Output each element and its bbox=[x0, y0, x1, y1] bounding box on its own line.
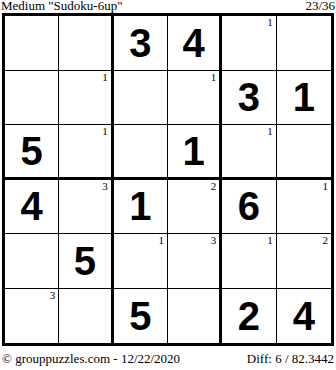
sudoku-board: 34111315111431261513123524 bbox=[2, 13, 334, 346]
cell-r3c4[interactable]: 1 bbox=[168, 125, 222, 180]
cell-r5c3[interactable]: 1 bbox=[114, 234, 168, 289]
cell-r1c3[interactable]: 3 bbox=[114, 16, 168, 71]
pencil-mark: 3 bbox=[102, 180, 108, 193]
cell-r1c6[interactable] bbox=[277, 16, 331, 71]
header: Medium "Sudoku-6up" 23/36 bbox=[1, 0, 335, 12]
cell-r4c3[interactable]: 1 bbox=[114, 180, 168, 235]
cell-r2c6[interactable]: 1 bbox=[277, 71, 331, 126]
cell-value: 5 bbox=[74, 241, 96, 281]
cell-r1c5[interactable]: 1 bbox=[222, 16, 276, 71]
pencil-mark: 2 bbox=[211, 180, 217, 193]
cell-r2c3[interactable] bbox=[114, 71, 168, 126]
cell-value: 1 bbox=[293, 77, 315, 117]
cell-r4c2[interactable]: 3 bbox=[59, 180, 113, 235]
cell-r5c1[interactable] bbox=[5, 234, 59, 289]
cell-r6c3[interactable]: 5 bbox=[114, 289, 168, 344]
cell-r3c3[interactable] bbox=[114, 125, 168, 180]
cell-r3c2[interactable]: 1 bbox=[59, 125, 113, 180]
pencil-mark: 1 bbox=[267, 16, 273, 29]
cell-r2c5[interactable]: 3 bbox=[222, 71, 276, 126]
cell-value: 1 bbox=[129, 186, 151, 226]
page: Medium "Sudoku-6up" 23/36 34111315111431… bbox=[0, 0, 336, 370]
cell-r6c6[interactable]: 4 bbox=[277, 289, 331, 344]
cell-value: 3 bbox=[238, 77, 260, 117]
cell-r3c6[interactable] bbox=[277, 125, 331, 180]
cell-r2c1[interactable] bbox=[5, 71, 59, 126]
cell-r6c5[interactable]: 2 bbox=[222, 289, 276, 344]
cell-r6c1[interactable]: 3 bbox=[5, 289, 59, 344]
cell-value: 6 bbox=[238, 186, 260, 226]
cell-r5c5[interactable]: 1 bbox=[222, 234, 276, 289]
cell-value: 5 bbox=[21, 131, 43, 171]
pencil-mark: 1 bbox=[267, 125, 273, 138]
cell-r1c4[interactable]: 4 bbox=[168, 16, 222, 71]
cell-r4c4[interactable]: 2 bbox=[168, 180, 222, 235]
cell-r3c1[interactable]: 5 bbox=[5, 125, 59, 180]
pencil-mark: 1 bbox=[322, 180, 328, 193]
cell-r4c6[interactable]: 1 bbox=[277, 180, 331, 235]
pencil-mark: 1 bbox=[102, 125, 108, 138]
puzzle-title: Medium "Sudoku-6up" bbox=[1, 0, 122, 12]
cell-r5c4[interactable]: 3 bbox=[168, 234, 222, 289]
cell-value: 5 bbox=[129, 296, 151, 336]
pencil-mark: 3 bbox=[211, 234, 217, 247]
cell-r6c4[interactable] bbox=[168, 289, 222, 344]
cell-value: 4 bbox=[293, 296, 315, 336]
cells-remaining-counter: 23/36 bbox=[305, 0, 335, 12]
copyright-text: © grouppuzzles.com - 12/22/2020 bbox=[2, 351, 180, 366]
pencil-mark: 2 bbox=[322, 234, 328, 247]
pencil-mark: 1 bbox=[211, 71, 217, 84]
cell-value: 3 bbox=[129, 23, 151, 63]
cell-r6c2[interactable] bbox=[59, 289, 113, 344]
pencil-mark: 3 bbox=[50, 289, 56, 302]
cell-value: 4 bbox=[183, 23, 205, 63]
pencil-mark: 1 bbox=[267, 234, 273, 247]
cell-r4c5[interactable]: 6 bbox=[222, 180, 276, 235]
cell-r2c2[interactable]: 1 bbox=[59, 71, 113, 126]
pencil-mark: 1 bbox=[158, 234, 164, 247]
cell-r1c2[interactable] bbox=[59, 16, 113, 71]
pencil-mark: 1 bbox=[102, 71, 108, 84]
footer: © grouppuzzles.com - 12/22/2020 Diff: 6 … bbox=[2, 351, 334, 366]
cell-r1c1[interactable] bbox=[5, 16, 59, 71]
cell-r5c2[interactable]: 5 bbox=[59, 234, 113, 289]
cell-r4c1[interactable]: 4 bbox=[5, 180, 59, 235]
difficulty-text: Diff: 6 / 82.3442 bbox=[247, 351, 334, 366]
cell-r2c4[interactable]: 1 bbox=[168, 71, 222, 126]
cell-value: 2 bbox=[238, 296, 260, 336]
cell-r3c5[interactable]: 1 bbox=[222, 125, 276, 180]
cell-value: 1 bbox=[183, 131, 205, 171]
cell-r5c6[interactable]: 2 bbox=[277, 234, 331, 289]
cell-value: 4 bbox=[21, 186, 43, 226]
